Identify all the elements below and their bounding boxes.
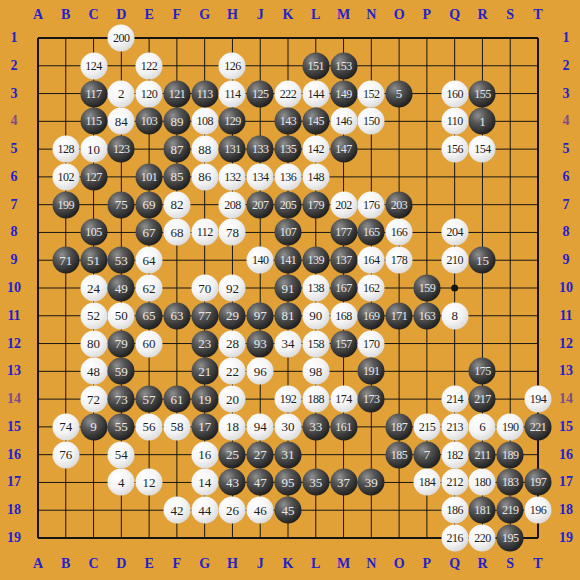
col-label-bottom-a: A — [25, 556, 51, 572]
stone-black-j7: 207 — [247, 191, 274, 218]
stone-black-k10: 91 — [275, 275, 302, 302]
stone-white-c5: 10 — [80, 136, 107, 163]
row-label-left-7: 7 — [1, 197, 27, 213]
stone-black-l9: 139 — [302, 247, 329, 274]
stone-white-q3: 160 — [441, 80, 468, 107]
stone-white-g17: 14 — [191, 469, 218, 496]
stone-white-q19: 216 — [441, 525, 468, 552]
stone-white-p15: 215 — [413, 413, 440, 440]
stone-black-k7: 205 — [275, 191, 302, 218]
stone-black-c15: 9 — [80, 413, 107, 440]
col-label-bottom-m: M — [331, 556, 357, 572]
stone-black-r9: 15 — [469, 247, 496, 274]
stone-black-e6: 101 — [136, 163, 163, 190]
stone-black-n17: 39 — [358, 469, 385, 496]
stone-black-f5: 87 — [163, 136, 190, 163]
stone-white-h10: 92 — [219, 275, 246, 302]
stone-black-g14: 19 — [191, 386, 218, 413]
stone-black-j17: 47 — [247, 469, 274, 496]
stone-white-q8: 204 — [441, 219, 468, 246]
stone-black-t15: 221 — [525, 413, 552, 440]
col-label-bottom-c: C — [81, 556, 107, 572]
stone-white-r15: 6 — [469, 413, 496, 440]
stone-white-c13: 48 — [80, 358, 107, 385]
stone-black-g11: 77 — [191, 302, 218, 329]
stone-black-j5: 133 — [247, 136, 274, 163]
stone-black-m2: 153 — [330, 52, 357, 79]
stone-black-e11: 65 — [136, 302, 163, 329]
stone-white-b16: 76 — [52, 441, 79, 468]
stone-white-q14: 214 — [441, 386, 468, 413]
stone-white-r17: 180 — [469, 469, 496, 496]
stone-black-f14: 61 — [163, 386, 190, 413]
col-label-bottom-p: P — [414, 556, 440, 572]
stone-white-k14: 192 — [275, 386, 302, 413]
row-label-right-11: 11 — [553, 308, 579, 324]
stone-white-q17: 212 — [441, 469, 468, 496]
stone-white-n9: 164 — [358, 247, 385, 274]
stone-white-k12: 34 — [275, 330, 302, 357]
stone-black-f4: 89 — [163, 108, 190, 135]
stone-black-p10: 159 — [413, 275, 440, 302]
stone-white-r5: 154 — [469, 136, 496, 163]
stone-black-g12: 23 — [191, 330, 218, 357]
stone-white-l13: 98 — [302, 358, 329, 385]
stone-black-j16: 27 — [247, 441, 274, 468]
stone-black-k16: 31 — [275, 441, 302, 468]
stone-white-l6: 148 — [302, 163, 329, 190]
stone-white-n7: 176 — [358, 191, 385, 218]
col-label-bottom-e: E — [136, 556, 162, 572]
stone-white-q5: 156 — [441, 136, 468, 163]
stone-black-k8: 107 — [275, 219, 302, 246]
stone-black-p11: 163 — [413, 302, 440, 329]
col-label-bottom-k: K — [275, 556, 301, 572]
stone-black-d7: 75 — [108, 191, 135, 218]
go-board: AABBCCDDEEFFGGHHJJKKLLMMNNOOPPQQRRSSTT11… — [0, 0, 580, 580]
stone-black-l17: 35 — [302, 469, 329, 496]
row-label-left-18: 18 — [1, 502, 27, 518]
stone-white-h15: 18 — [219, 413, 246, 440]
stone-white-j6: 134 — [247, 163, 274, 190]
stone-black-o7: 203 — [386, 191, 413, 218]
stone-black-o15: 187 — [386, 413, 413, 440]
row-label-right-15: 15 — [553, 419, 579, 435]
stone-white-c10: 24 — [80, 275, 107, 302]
stone-white-s15: 190 — [497, 413, 524, 440]
row-label-right-12: 12 — [553, 336, 579, 352]
col-label-bottom-t: T — [525, 556, 551, 572]
stone-white-q15: 213 — [441, 413, 468, 440]
col-label-top-d: D — [108, 7, 134, 23]
row-label-right-7: 7 — [553, 197, 579, 213]
col-label-bottom-q: Q — [442, 556, 468, 572]
stone-white-h8: 78 — [219, 219, 246, 246]
stone-white-d3: 2 — [108, 80, 135, 107]
col-label-top-l: L — [303, 7, 329, 23]
col-label-bottom-h: H — [219, 556, 245, 572]
stone-black-m10: 167 — [330, 275, 357, 302]
col-label-bottom-n: N — [358, 556, 384, 572]
stone-white-m11: 168 — [330, 302, 357, 329]
stone-white-h3: 114 — [219, 80, 246, 107]
stone-black-j12: 93 — [247, 330, 274, 357]
stone-white-j9: 140 — [247, 247, 274, 274]
row-label-left-5: 5 — [1, 141, 27, 157]
col-label-bottom-r: R — [469, 556, 495, 572]
stone-black-j11: 97 — [247, 302, 274, 329]
row-label-right-5: 5 — [553, 141, 579, 157]
stone-white-h12: 28 — [219, 330, 246, 357]
row-label-right-1: 1 — [553, 30, 579, 46]
row-label-right-10: 10 — [553, 280, 579, 296]
col-label-top-g: G — [192, 7, 218, 23]
stone-white-k15: 30 — [275, 413, 302, 440]
stone-black-d9: 53 — [108, 247, 135, 274]
stone-white-h6: 132 — [219, 163, 246, 190]
stone-black-r14: 217 — [469, 386, 496, 413]
stone-black-l4: 145 — [302, 108, 329, 135]
stone-white-e15: 56 — [136, 413, 163, 440]
stone-black-j3: 125 — [247, 80, 274, 107]
stone-white-q16: 182 — [441, 441, 468, 468]
row-label-right-16: 16 — [553, 447, 579, 463]
stone-white-k6: 136 — [275, 163, 302, 190]
stone-white-l12: 158 — [302, 330, 329, 357]
col-label-top-e: E — [136, 7, 162, 23]
stone-white-d1: 200 — [108, 25, 135, 52]
row-label-left-15: 15 — [1, 419, 27, 435]
row-label-right-17: 17 — [553, 474, 579, 490]
stone-white-f15: 58 — [163, 413, 190, 440]
stone-white-q4: 110 — [441, 108, 468, 135]
stone-white-c12: 80 — [80, 330, 107, 357]
stone-black-h5: 131 — [219, 136, 246, 163]
stone-white-h18: 26 — [219, 497, 246, 524]
stone-white-g4: 108 — [191, 108, 218, 135]
stone-black-d14: 73 — [108, 386, 135, 413]
stone-white-n10: 162 — [358, 275, 385, 302]
col-label-top-s: S — [497, 7, 523, 23]
stone-white-f7: 82 — [163, 191, 190, 218]
row-label-left-9: 9 — [1, 252, 27, 268]
col-label-top-a: A — [25, 7, 51, 23]
stone-white-d16: 54 — [108, 441, 135, 468]
stone-white-e10: 62 — [136, 275, 163, 302]
stone-white-j13: 96 — [247, 358, 274, 385]
col-label-top-h: H — [219, 7, 245, 23]
stone-white-q9: 210 — [441, 247, 468, 274]
stone-black-k17: 95 — [275, 469, 302, 496]
stone-white-h7: 208 — [219, 191, 246, 218]
row-label-right-6: 6 — [553, 169, 579, 185]
stone-black-d10: 49 — [108, 275, 135, 302]
stone-white-r19: 220 — [469, 525, 496, 552]
stone-white-l14: 188 — [302, 386, 329, 413]
stone-black-k5: 135 — [275, 136, 302, 163]
stone-white-j15: 94 — [247, 413, 274, 440]
stone-black-k9: 141 — [275, 247, 302, 274]
stone-black-o3: 5 — [386, 80, 413, 107]
col-label-bottom-d: D — [108, 556, 134, 572]
col-label-bottom-f: F — [164, 556, 190, 572]
row-label-left-17: 17 — [1, 474, 27, 490]
stone-black-c6: 127 — [80, 163, 107, 190]
stone-black-m5: 147 — [330, 136, 357, 163]
stone-black-m12: 157 — [330, 330, 357, 357]
stone-black-n11: 169 — [358, 302, 385, 329]
stone-black-r13: 175 — [469, 358, 496, 385]
stone-white-g6: 86 — [191, 163, 218, 190]
stone-white-d11: 50 — [108, 302, 135, 329]
stone-white-c14: 72 — [80, 386, 107, 413]
stone-white-e9: 64 — [136, 247, 163, 274]
stone-black-o16: 185 — [386, 441, 413, 468]
star-point-q10 — [451, 285, 458, 292]
stone-black-r3: 155 — [469, 80, 496, 107]
col-label-bottom-j: J — [247, 556, 273, 572]
row-label-right-18: 18 — [553, 502, 579, 518]
col-label-top-c: C — [81, 7, 107, 23]
row-label-left-13: 13 — [1, 363, 27, 379]
row-label-left-1: 1 — [1, 30, 27, 46]
stone-white-d17: 4 — [108, 469, 135, 496]
stone-black-b9: 71 — [52, 247, 79, 274]
row-label-right-13: 13 — [553, 363, 579, 379]
stone-black-f3: 121 — [163, 80, 190, 107]
row-label-left-14: 14 — [1, 391, 27, 407]
stone-white-n3: 152 — [358, 80, 385, 107]
stone-black-l2: 151 — [302, 52, 329, 79]
stone-white-q18: 186 — [441, 497, 468, 524]
stone-white-k3: 222 — [275, 80, 302, 107]
stone-black-s19: 195 — [497, 525, 524, 552]
stone-black-k18: 45 — [275, 497, 302, 524]
stone-black-m17: 37 — [330, 469, 357, 496]
stone-white-f18: 42 — [163, 497, 190, 524]
stone-black-h17: 43 — [219, 469, 246, 496]
stone-white-h13: 22 — [219, 358, 246, 385]
stone-white-b5: 128 — [52, 136, 79, 163]
row-label-left-2: 2 — [1, 58, 27, 74]
stone-black-h16: 25 — [219, 441, 246, 468]
stone-black-h11: 29 — [219, 302, 246, 329]
row-label-left-4: 4 — [1, 113, 27, 129]
stone-black-c4: 115 — [80, 108, 107, 135]
stone-white-l11: 90 — [302, 302, 329, 329]
stone-white-t14: 194 — [525, 386, 552, 413]
stone-black-l7: 179 — [302, 191, 329, 218]
row-label-right-9: 9 — [553, 252, 579, 268]
col-label-top-f: F — [164, 7, 190, 23]
row-label-left-3: 3 — [1, 86, 27, 102]
stone-white-o8: 166 — [386, 219, 413, 246]
stone-black-d15: 55 — [108, 413, 135, 440]
stone-black-k4: 143 — [275, 108, 302, 135]
stone-white-l5: 142 — [302, 136, 329, 163]
row-label-right-8: 8 — [553, 224, 579, 240]
row-label-left-6: 6 — [1, 169, 27, 185]
row-label-right-4: 4 — [553, 113, 579, 129]
stone-black-g13: 21 — [191, 358, 218, 385]
stone-black-r4: 1 — [469, 108, 496, 135]
stone-black-h4: 129 — [219, 108, 246, 135]
row-label-left-11: 11 — [1, 308, 27, 324]
stone-white-p17: 184 — [413, 469, 440, 496]
col-label-top-j: J — [247, 7, 273, 23]
stone-white-g18: 44 — [191, 497, 218, 524]
row-label-left-10: 10 — [1, 280, 27, 296]
stone-white-j18: 46 — [247, 497, 274, 524]
row-label-right-14: 14 — [553, 391, 579, 407]
stone-black-k11: 81 — [275, 302, 302, 329]
col-label-top-q: Q — [442, 7, 468, 23]
stone-white-e2: 122 — [136, 52, 163, 79]
stone-black-e14: 57 — [136, 386, 163, 413]
stone-white-n4: 150 — [358, 108, 385, 135]
col-label-bottom-l: L — [303, 556, 329, 572]
stone-white-o9: 178 — [386, 247, 413, 274]
stone-black-p16: 7 — [413, 441, 440, 468]
col-label-top-k: K — [275, 7, 301, 23]
stone-white-g10: 70 — [191, 275, 218, 302]
stone-black-n8: 165 — [358, 219, 385, 246]
stone-black-s18: 219 — [497, 497, 524, 524]
col-label-top-n: N — [358, 7, 384, 23]
stone-black-b7: 199 — [52, 191, 79, 218]
stone-white-g16: 16 — [191, 441, 218, 468]
stone-black-e4: 103 — [136, 108, 163, 135]
stone-black-e8: 67 — [136, 219, 163, 246]
stone-white-h14: 20 — [219, 386, 246, 413]
stone-white-c2: 124 — [80, 52, 107, 79]
stone-black-l15: 33 — [302, 413, 329, 440]
stone-black-f6: 85 — [163, 163, 190, 190]
row-label-left-8: 8 — [1, 224, 27, 240]
stone-black-d5: 123 — [108, 136, 135, 163]
col-label-bottom-s: S — [497, 556, 523, 572]
col-label-bottom-o: O — [386, 556, 412, 572]
stone-black-o11: 171 — [386, 302, 413, 329]
stone-black-f11: 63 — [163, 302, 190, 329]
col-label-top-t: T — [525, 7, 551, 23]
stone-white-e12: 60 — [136, 330, 163, 357]
col-label-top-r: R — [469, 7, 495, 23]
stone-black-c9: 51 — [80, 247, 107, 274]
stone-black-m15: 161 — [330, 413, 357, 440]
col-label-bottom-g: G — [192, 556, 218, 572]
stone-white-d4: 84 — [108, 108, 135, 135]
col-label-top-p: P — [414, 7, 440, 23]
stone-white-b15: 74 — [52, 413, 79, 440]
stone-white-m7: 202 — [330, 191, 357, 218]
row-label-right-19: 19 — [553, 530, 579, 546]
stone-white-b6: 102 — [52, 163, 79, 190]
stone-white-h2: 126 — [219, 52, 246, 79]
col-label-bottom-b: B — [53, 556, 79, 572]
stone-white-n12: 170 — [358, 330, 385, 357]
stone-black-c8: 105 — [80, 219, 107, 246]
stone-white-f8: 68 — [163, 219, 190, 246]
stone-black-m8: 177 — [330, 219, 357, 246]
row-label-left-16: 16 — [1, 447, 27, 463]
stone-black-d13: 59 — [108, 358, 135, 385]
stone-white-g8: 112 — [191, 219, 218, 246]
stone-white-m14: 174 — [330, 386, 357, 413]
stone-black-c3: 117 — [80, 80, 107, 107]
stone-black-n13: 191 — [358, 358, 385, 385]
stone-black-g3: 113 — [191, 80, 218, 107]
stone-black-d12: 79 — [108, 330, 135, 357]
stone-white-l10: 138 — [302, 275, 329, 302]
col-label-top-b: B — [53, 7, 79, 23]
stone-black-e7: 69 — [136, 191, 163, 218]
stone-black-r16: 211 — [469, 441, 496, 468]
stone-black-n14: 173 — [358, 386, 385, 413]
row-label-left-12: 12 — [1, 336, 27, 352]
stone-black-s16: 189 — [497, 441, 524, 468]
stone-white-q11: 8 — [441, 302, 468, 329]
row-label-right-3: 3 — [553, 86, 579, 102]
col-label-top-m: M — [331, 7, 357, 23]
stone-white-e3: 120 — [136, 80, 163, 107]
col-label-top-o: O — [386, 7, 412, 23]
stone-black-t17: 197 — [525, 469, 552, 496]
stone-white-t18: 196 — [525, 497, 552, 524]
stone-white-c11: 52 — [80, 302, 107, 329]
stone-black-r18: 181 — [469, 497, 496, 524]
stone-black-s17: 183 — [497, 469, 524, 496]
stone-white-e17: 12 — [136, 469, 163, 496]
stone-white-l3: 144 — [302, 80, 329, 107]
row-label-left-19: 19 — [1, 530, 27, 546]
stone-black-m9: 137 — [330, 247, 357, 274]
stone-black-m3: 149 — [330, 80, 357, 107]
stone-white-g5: 88 — [191, 136, 218, 163]
row-label-right-2: 2 — [553, 58, 579, 74]
stone-black-g15: 17 — [191, 413, 218, 440]
stone-white-m4: 146 — [330, 108, 357, 135]
